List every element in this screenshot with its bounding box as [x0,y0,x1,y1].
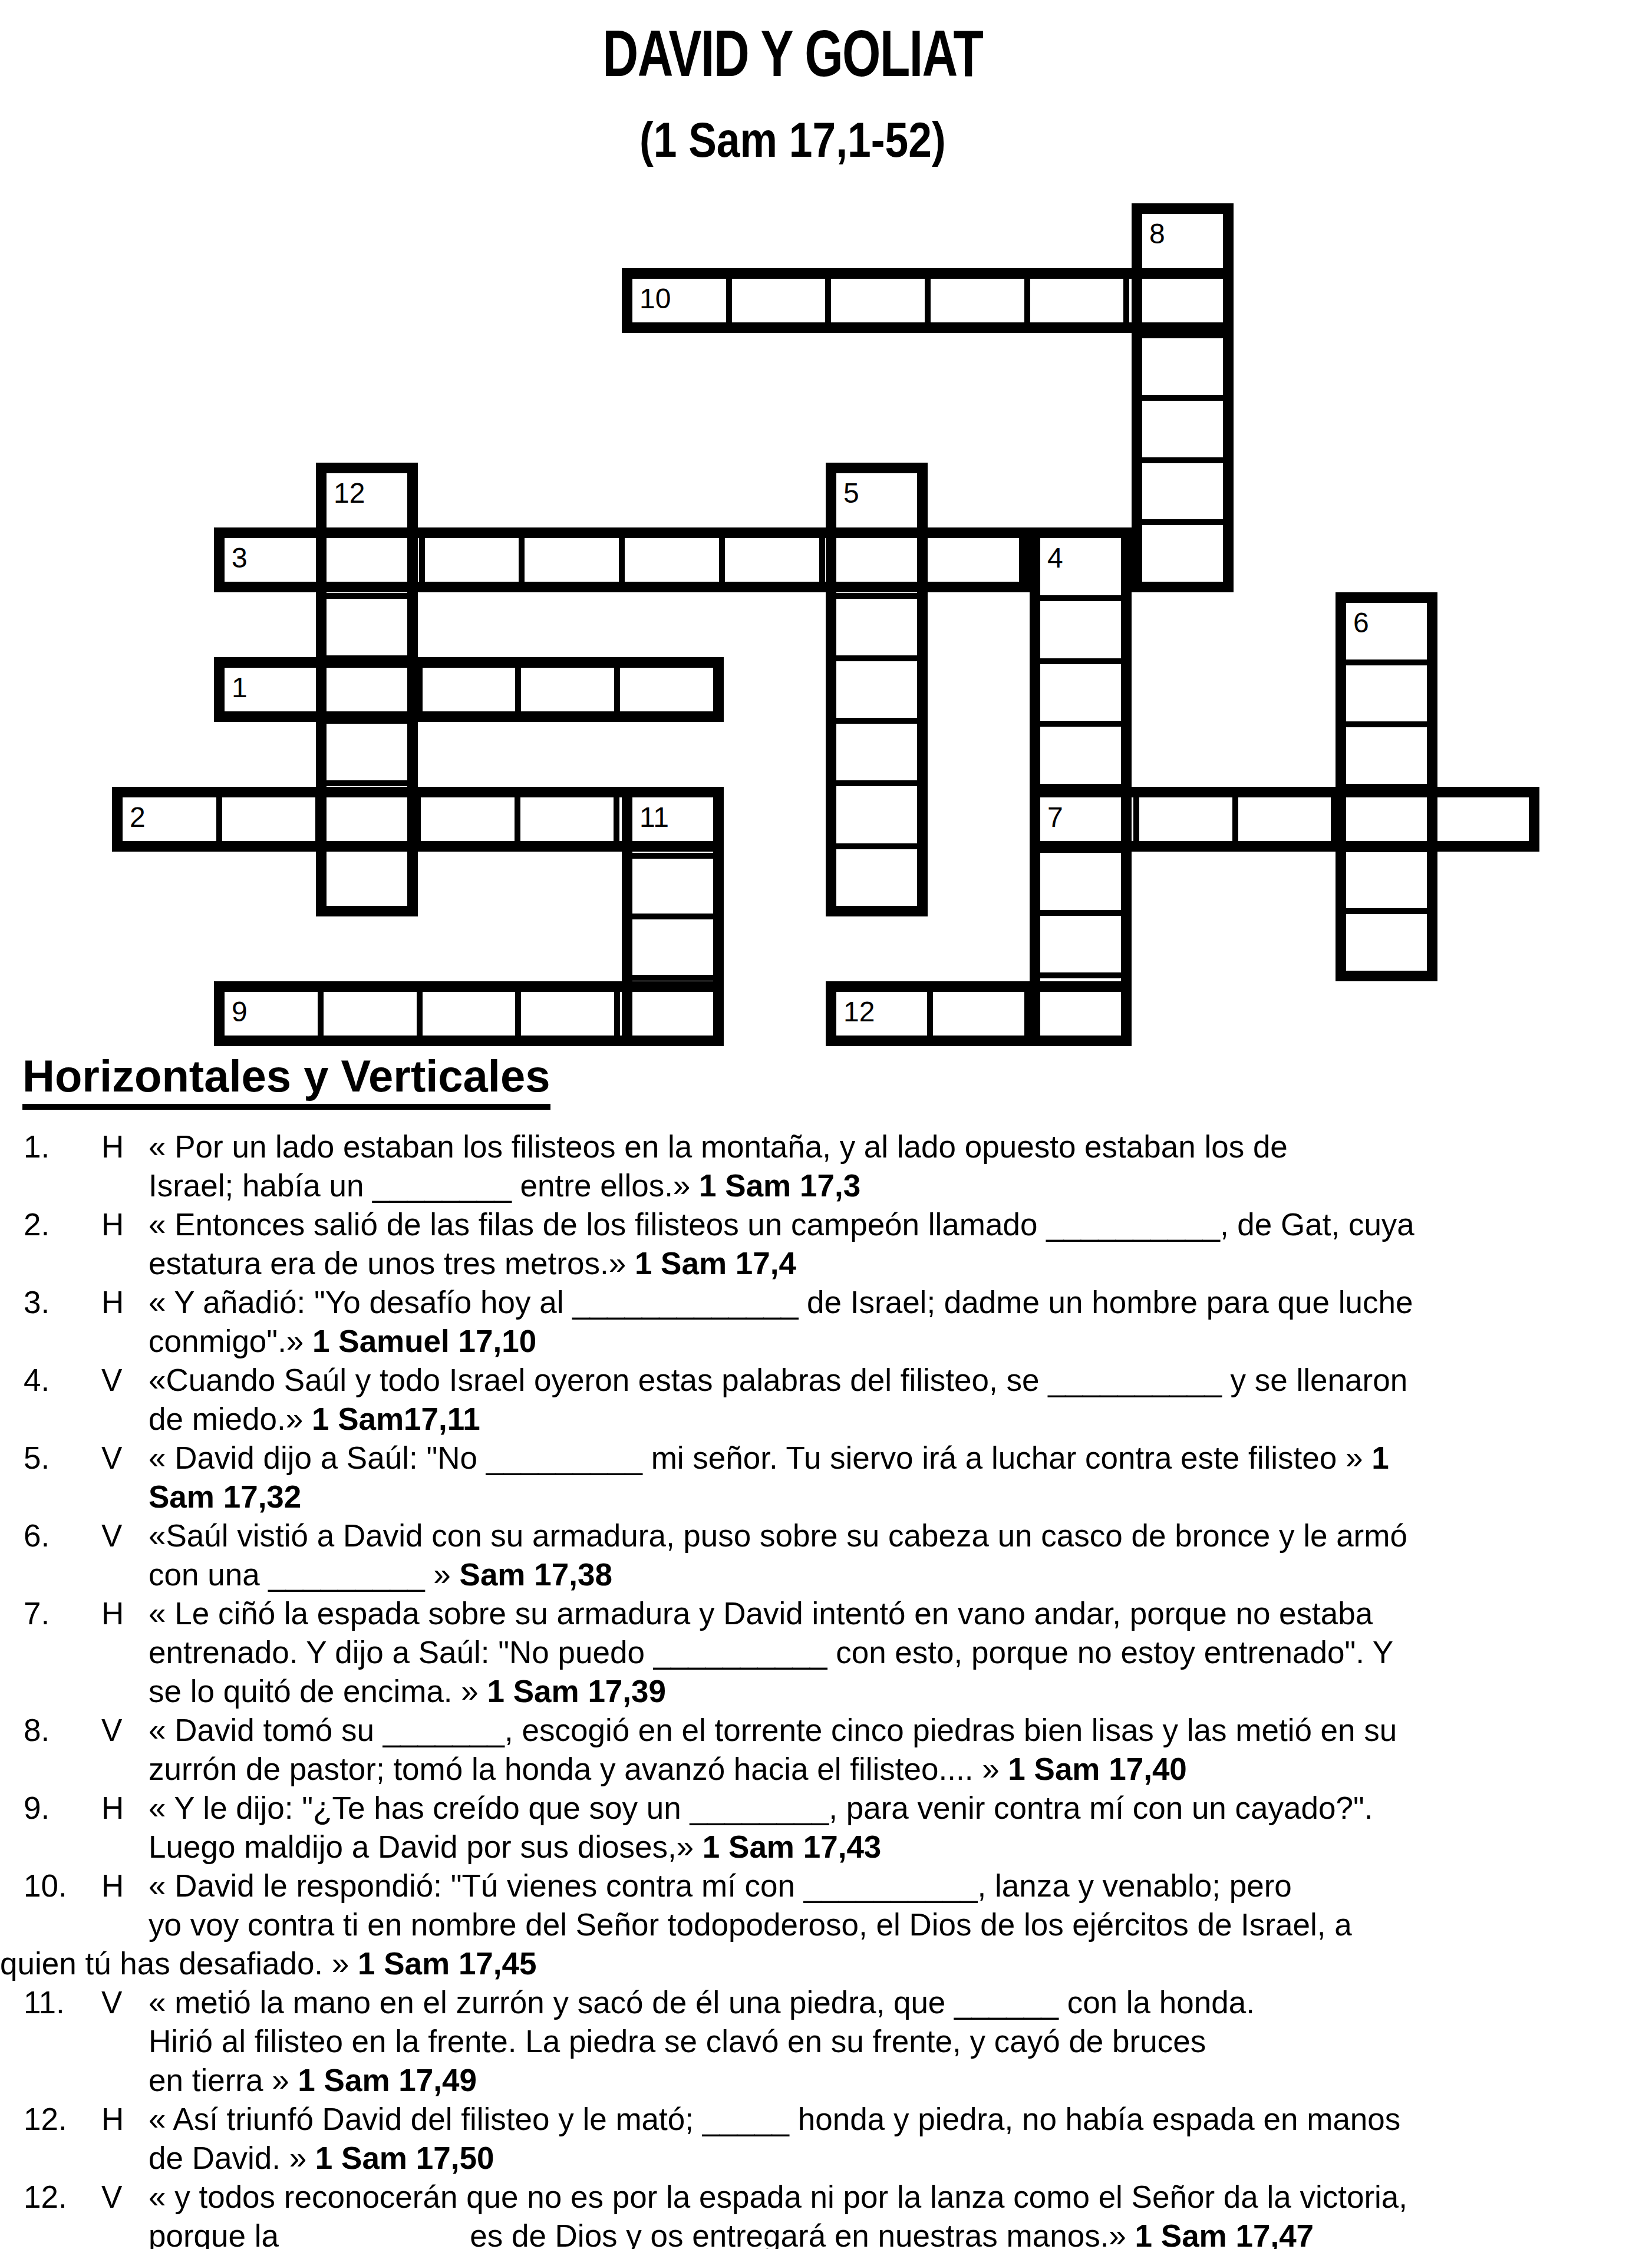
scripture-reference: 1 Sam 17,47 [1135,2218,1314,2249]
clue-text: estatura era de unos tres metros.» [149,1246,635,1281]
worksheet-page: { "game": "crossword", "title": "DAVID Y… [0,0,1652,2249]
clue-text: « metió la mano en el zurrón y sacó de é… [149,1985,1255,2020]
grid-cell[interactable] [614,668,713,711]
clue-6V: 6.V«Saúl vistió a David con su armadura,… [0,1516,1652,1594]
clue-text: « David tomó su _______, escogió en el t… [149,1713,1397,1747]
grid-cell[interactable] [1346,721,1427,784]
grid-cell[interactable] [1024,279,1124,322]
grid-cell[interactable] [726,279,826,322]
clue-text: « Y le dijo: "¿Te has creído que soy un … [149,1790,1373,1825]
clue-text-line: Israel; había un ________ entre ellos.» … [149,1166,1652,1205]
clue-number: 9. [24,1789,50,1828]
clue-text: Luego maldijo a David por sus dioses,» [149,1829,703,1864]
grid-cell[interactable] [1040,910,1121,973]
word-run-8V [1132,203,1234,592]
clue-text-line: «Saúl vistió a David con su armadura, pu… [149,1516,1652,1555]
clue-number: 8. [24,1711,50,1750]
grid-cell[interactable] [632,914,713,975]
grid-cell[interactable] [927,992,1024,1036]
grid-cell[interactable] [619,538,719,582]
clue-text: « Entonces salió de las filas de los fil… [149,1207,1414,1242]
grid-cell[interactable] [1346,908,1427,971]
grid-cell[interactable] [825,279,925,322]
grid-cell[interactable] [836,780,917,843]
clue-number: 11. [24,1983,65,2022]
word-run-1H [214,657,724,722]
cell-number: 6 [1353,609,1369,637]
cell-number: 7 [1047,803,1063,832]
clue-text-line: « Y añadió: "Yo desafío hoy al _________… [149,1283,1652,1322]
clue-text: « Le ciñó la espada sobre su armadura y … [149,1596,1373,1631]
grid-cell[interactable] [719,538,819,582]
clue-direction: V [101,1711,122,1750]
scripture-reference: Sam 17,38 [460,1557,612,1592]
grid-cell[interactable] [836,593,917,655]
clue-3H: 3.H« Y añadió: "Yo desafío hoy al ______… [0,1283,1652,1361]
grid-cell[interactable] [417,992,516,1036]
clue-direction: V [101,1361,122,1400]
clue-text-line: « David tomó su _______, escogió en el t… [149,1711,1652,1750]
scripture-reference: 1 Sam 17,50 [315,2141,494,2175]
clue-text: yo voy contra ti en nombre del Señor tod… [149,1907,1352,1942]
clues-section-heading: Horizontales y Verticales [22,1050,550,1110]
clue-text-line: estatura era de unos tres metros.» 1 Sam… [149,1244,1652,1283]
clue-text: conmigo".» [149,1324,312,1358]
grid-cell[interactable] [632,853,713,914]
clue-text: « Así triunfó David del filisteo y le ma… [149,2102,1400,2136]
clue-text: « y todos reconocerán que no es por la e… [149,2179,1407,2214]
clue-number: 7. [24,1594,50,1633]
grid-cell[interactable] [515,668,614,711]
clue-2H: 2.H« Entonces salió de las filas de los … [0,1205,1652,1283]
grid-cell[interactable] [1040,658,1121,721]
clue-direction: H [101,1283,124,1322]
clue-text-line: en tierra » 1 Sam 17,49 [149,2061,1652,2100]
grid-cell[interactable] [515,797,614,841]
clue-text-line: « David dijo a Saúl: "No _________ mi se… [149,1439,1652,1478]
cell-number: 2 [130,803,146,832]
page-title: DAVID Y GOLIAT [603,15,983,91]
clue-text: entrenado. Y dijo a Saúl: "No puedo ____… [149,1635,1393,1670]
clue-text: se lo quitó de encima. » [149,1674,487,1709]
grid-cell[interactable] [1040,595,1121,658]
clue-text-line: de David. » 1 Sam 17,50 [149,2139,1652,2178]
word-run-10H [622,268,1234,333]
clue-text-line: Sam 17,32 [149,1478,1652,1516]
clue-11V: 11.V« metió la mano en el zurrón y sacó … [0,1983,1652,2100]
clue-text: Israel; había un ________ entre ellos.» [149,1168,699,1203]
clue-text: porque la __________ es de Dios y os ent… [149,2218,1135,2249]
clue-direction: H [101,1594,124,1633]
clue-text-line: conmigo".» 1 Samuel 17,10 [149,1322,1652,1361]
scripture-reference: 1 Sam 17,49 [298,2063,477,2098]
clue-text-line: « Entonces salió de las filas de los fil… [149,1205,1652,1244]
grid-cell[interactable] [327,718,407,780]
clue-text-line: « Y le dijo: "¿Te has creído que soy un … [149,1789,1652,1828]
grid-cell[interactable] [1430,797,1529,841]
clue-text-line: « Por un lado estaban los filisteos en l… [149,1127,1652,1166]
grid-cell[interactable] [327,843,407,906]
cell-number: 4 [1047,544,1063,572]
clues-section: Horizontales y Verticales 1.H« Por un la… [0,1050,1652,2249]
scripture-reference: 1 Sam 17,40 [1008,1752,1187,1786]
grid-cell[interactable] [515,992,614,1036]
cell-number: 10 [639,285,671,313]
clue-text-line: « y todos reconocerán que no es por la e… [149,2178,1652,2217]
grid-cell[interactable] [614,992,713,1036]
clue-12H: 12.H« Así triunfó David del filisteo y l… [0,2100,1652,2178]
scripture-reference: 1 Sam 17,4 [635,1246,796,1281]
clue-number: 12. [24,2178,67,2217]
grid-cell[interactable] [1142,395,1223,457]
cell-number: 11 [639,803,669,832]
clue-direction: V [101,1516,122,1555]
grid-cell[interactable] [1232,797,1331,841]
clue-text: «Saúl vistió a David con su armadura, pu… [149,1518,1407,1553]
grid-cell[interactable] [1040,721,1121,784]
grid-cell[interactable] [1346,846,1427,909]
clue-number: 2. [24,1205,50,1244]
cell-number: 1 [232,674,248,702]
clue-text: en tierra » [149,2063,298,2098]
clue-text: « Y añadió: "Yo desafío hoy al _________… [149,1285,1413,1320]
clue-text: « Por un lado estaban los filisteos en l… [149,1129,1288,1164]
clue-text-line: quien tú has desafiado. » 1 Sam 17,45 [0,1944,1652,1983]
page-header: DAVID Y GOLIAT (1 Sam 17,1-52) [0,15,1585,169]
grid-cell[interactable] [1040,847,1121,910]
clue-direction: H [101,1789,124,1828]
word-run-3H [214,527,1030,592]
grid-cell[interactable] [1024,992,1121,1036]
clue-text-line: con una _________ » Sam 17,38 [149,1555,1652,1594]
clue-text: Hirió al filisteo en la frente. La piedr… [149,2024,1206,2059]
clue-text-line: yo voy contra ti en nombre del Señor tod… [149,1905,1652,1944]
grid-cell[interactable] [836,718,917,780]
scripture-reference: 1 Sam 17,45 [358,1946,537,1981]
grid-cell[interactable] [318,668,417,711]
clue-number: 6. [24,1516,50,1555]
clue-text: quien tú has desafiado. » [0,1946,358,1981]
clue-text: zurrón de pastor; tomó la honda y avanzó… [149,1752,1008,1786]
grid-cell[interactable] [216,797,316,841]
grid-cell[interactable] [819,538,919,582]
grid-cell[interactable] [327,593,407,655]
clue-5V: 5.V« David dijo a Saúl: "No _________ mi… [0,1439,1652,1516]
clue-text-line: « metió la mano en el zurrón y sacó de é… [149,1983,1652,2022]
clue-number: 10. [24,1867,67,1905]
clue-direction: V [101,1439,122,1478]
grid-cell[interactable] [919,538,1019,582]
scripture-reference: 1 Sam 17,3 [699,1168,860,1203]
clue-text-line: « Le ciñó la espada sobre su armadura y … [149,1594,1652,1633]
cell-number: 12 [334,479,365,507]
clue-7H: 7.H« Le ciñó la espada sobre su armadura… [0,1594,1652,1711]
clue-4V: 4.V«Cuando Saúl y todo Israel oyeron est… [0,1361,1652,1439]
clue-1H: 1.H« Por un lado estaban los filisteos e… [0,1127,1652,1205]
clue-text-line: porque la __________ es de Dios y os ent… [149,2217,1652,2249]
grid-cell[interactable] [1346,659,1427,722]
clue-12V: 12.V« y todos reconocerán que no es por … [0,2178,1652,2249]
word-run-7H [1030,787,1539,852]
cell-number: 3 [232,544,248,572]
clue-list: 1.H« Por un lado estaban los filisteos e… [0,1127,1652,2249]
cell-number: 5 [843,479,859,507]
clue-number: 1. [24,1127,50,1166]
scripture-reference: 1 Sam 17,39 [487,1674,667,1709]
clue-text-line: « Así triunfó David del filisteo y le ma… [149,2100,1652,2139]
grid-cell[interactable] [1142,457,1223,520]
grid-cell[interactable] [319,538,419,582]
clue-text-line: se lo quitó de encima. » 1 Sam 17,39 [149,1672,1652,1711]
clue-text-line: «Cuando Saúl y todo Israel oyeron estas … [149,1361,1652,1400]
cell-number: 12 [843,998,875,1026]
grid-cell[interactable] [1123,279,1223,322]
grid-cell[interactable] [1142,332,1223,395]
clue-text-line: zurrón de pastor; tomó la honda y avanzó… [149,1750,1652,1789]
scripture-reference: Sam 17,32 [149,1479,301,1514]
grid-cell[interactable] [1331,797,1430,841]
clue-number: 4. [24,1361,50,1400]
clue-direction: H [101,2100,124,2139]
grid-cell[interactable] [318,992,417,1036]
clue-text: « David dijo a Saúl: "No _________ mi se… [149,1440,1371,1475]
grid-cell[interactable] [417,668,516,711]
clue-text-line: « David le respondió: "Tú vienes contra … [149,1867,1652,1905]
clue-10H: 10.H« David le respondió: "Tú vienes con… [0,1867,1652,1983]
clue-direction: V [101,1983,122,2022]
clue-number: 5. [24,1439,50,1478]
scripture-reference: 1 Sam 17,43 [703,1829,882,1864]
grid-cell[interactable] [836,843,917,906]
grid-cell[interactable] [836,655,917,718]
clue-text: de miedo.» [149,1401,312,1436]
scripture-reference: 1 Samuel 17,10 [312,1324,536,1358]
scripture-reference: 1 Sam17,11 [312,1401,480,1436]
page-subtitle: (1 Sam 17,1-52) [639,111,946,169]
clue-text-line: Luego maldijo a David por sus dioses,» 1… [149,1828,1652,1867]
clue-text: «Cuando Saúl y todo Israel oyeron estas … [149,1363,1407,1397]
clue-direction: H [101,1867,124,1905]
grid-cell[interactable] [415,797,515,841]
grid-cell[interactable] [315,797,415,841]
clue-direction: H [101,1127,124,1166]
grid-cell[interactable] [419,538,519,582]
grid-cell[interactable] [1133,797,1232,841]
clue-text-line: entrenado. Y dijo a Saúl: "No puedo ____… [149,1633,1652,1672]
cell-number: 8 [1149,220,1165,248]
clue-text-line: de miedo.» 1 Sam17,11 [149,1400,1652,1439]
clue-text: « David le respondió: "Tú vienes contra … [149,1868,1292,1903]
clue-text: de David. » [149,2141,315,2175]
clue-number: 12. [24,2100,67,2139]
scripture-reference: 1 [1371,1440,1389,1475]
clue-text-line: Hirió al filisteo en la frente. La piedr… [149,2022,1652,2061]
cell-number: 9 [232,998,248,1026]
grid-cell[interactable] [925,279,1024,322]
clue-8V: 8.V« David tomó su _______, escogió en e… [0,1711,1652,1789]
clue-9H: 9.H« Y le dijo: "¿Te has creído que soy … [0,1789,1652,1867]
clue-direction: V [101,2178,122,2217]
clue-text: con una _________ » [149,1557,460,1592]
clue-direction: H [101,1205,124,1244]
grid-cell[interactable] [519,538,619,582]
word-run-9H [214,981,724,1046]
clue-number: 3. [24,1283,50,1322]
grid-cell[interactable] [1142,519,1223,582]
